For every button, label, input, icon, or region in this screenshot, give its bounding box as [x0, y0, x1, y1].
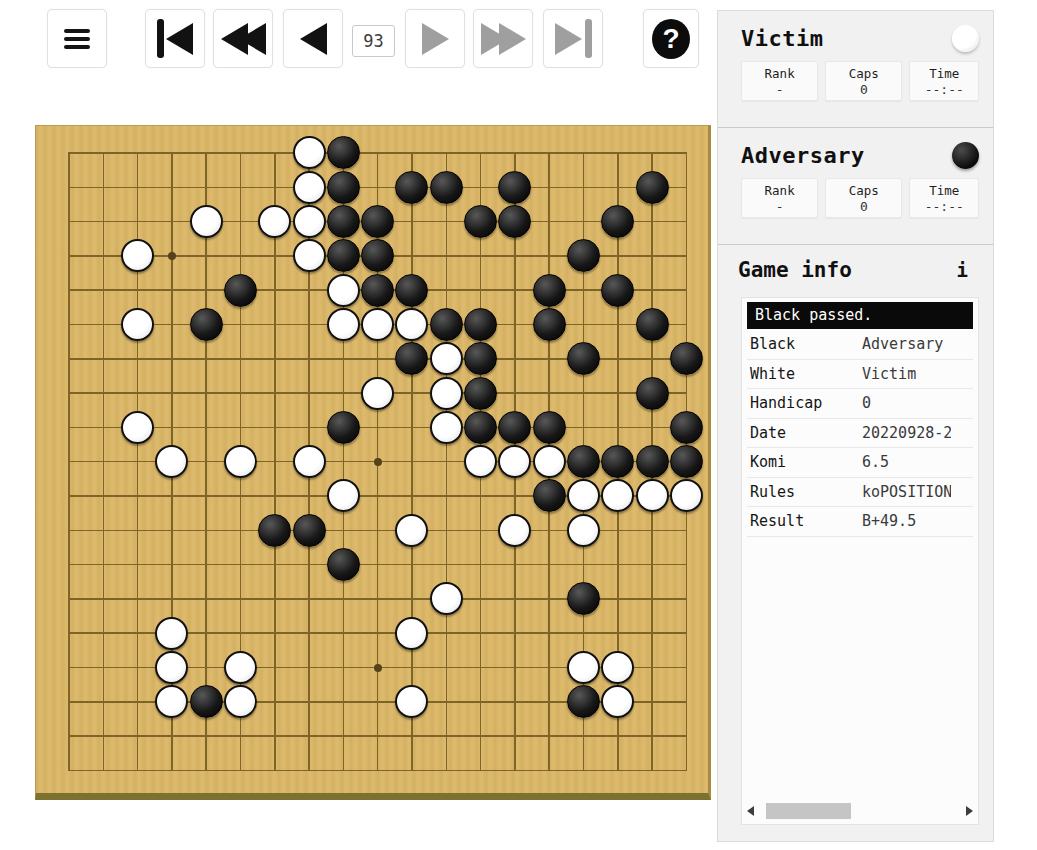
stone-white [121, 308, 154, 341]
stone-white [361, 377, 394, 410]
stone-black [327, 548, 360, 581]
stone-black [190, 308, 223, 341]
stone-black [498, 411, 531, 444]
adversary-time-stat: Time --:-- [909, 178, 979, 218]
stone-black [533, 479, 566, 512]
nav-first-move-button[interactable] [145, 9, 205, 68]
move-number-input[interactable] [352, 25, 395, 57]
info-icon[interactable]: i [957, 259, 968, 281]
stone-white [395, 514, 428, 547]
stone-black [601, 205, 634, 238]
stone-black [567, 342, 600, 375]
stone-black [670, 445, 703, 478]
stone-white [361, 308, 394, 341]
nav-forward-button[interactable] [405, 9, 465, 68]
stone-black [498, 171, 531, 204]
stone-white [224, 651, 257, 684]
stone-white [601, 479, 634, 512]
info-row-komi: Komi 6.5 [747, 448, 973, 478]
stone-black [327, 136, 360, 169]
status-message: Black passed. [747, 302, 973, 329]
black-stone-icon [952, 142, 979, 169]
info-row-result: Result B+49.5 [747, 507, 973, 537]
stone-black [533, 308, 566, 341]
stone-black [327, 411, 360, 444]
game-info-section: Game info i Black passed. Black Adversar… [718, 245, 993, 825]
stone-black [430, 308, 463, 341]
skip-to-start-icon [157, 19, 193, 58]
stone-white [224, 685, 257, 718]
stone-black [327, 239, 360, 272]
stone-white [567, 514, 600, 547]
hamburger-icon [64, 25, 90, 53]
fast-forward-icon [481, 23, 526, 55]
stone-white [155, 685, 188, 718]
stone-black [567, 445, 600, 478]
stone-white [293, 205, 326, 238]
stone-black [361, 274, 394, 307]
skip-to-end-icon [555, 19, 592, 58]
stone-white [601, 685, 634, 718]
right-panel: Victim Rank - Caps 0 Time --:-- Adversar… [717, 10, 994, 842]
player-card-adversary: Adversary Rank - Caps 0 Time --:-- [718, 128, 993, 245]
stone-black [395, 274, 428, 307]
stone-black [395, 342, 428, 375]
game-info-card: Black passed. Black Adversary White Vict… [741, 297, 979, 825]
stone-black [327, 171, 360, 204]
stone-white [464, 445, 497, 478]
stone-white [498, 514, 531, 547]
stone-white [567, 479, 600, 512]
stone-white [293, 136, 326, 169]
stone-black [430, 171, 463, 204]
stone-black [361, 205, 394, 238]
stone-white [190, 205, 223, 238]
hoshi-point [374, 664, 382, 672]
stone-white [155, 617, 188, 650]
stone-white [430, 411, 463, 444]
stone-white [155, 651, 188, 684]
stone-white [498, 445, 531, 478]
stone-black [601, 274, 634, 307]
stone-white [224, 445, 257, 478]
stone-black [293, 514, 326, 547]
stone-black [190, 685, 223, 718]
white-stone-icon [952, 25, 979, 52]
stone-black [670, 342, 703, 375]
info-row-black: Black Adversary [747, 330, 973, 360]
stone-white [533, 445, 566, 478]
nav-back-button[interactable] [283, 9, 343, 68]
stone-black [224, 274, 257, 307]
stone-white [395, 685, 428, 718]
stone-black [464, 377, 497, 410]
stone-black [636, 308, 669, 341]
stone-white [121, 411, 154, 444]
adversary-caps-stat: Caps 0 [825, 178, 902, 218]
grid-line-h [68, 770, 687, 772]
stone-white [327, 479, 360, 512]
stone-black [464, 342, 497, 375]
help-button[interactable]: ? [643, 9, 699, 68]
go-board[interactable] [35, 125, 711, 800]
stone-white [567, 651, 600, 684]
stone-black [498, 205, 531, 238]
grid-line-h [68, 735, 687, 737]
nav-fast-backward-button[interactable] [213, 9, 273, 68]
stone-white [601, 651, 634, 684]
stone-white [430, 342, 463, 375]
adversary-rank-stat: Rank - [741, 178, 818, 218]
info-row-handicap: Handicap 0 [747, 389, 973, 419]
stone-black [533, 274, 566, 307]
player-card-victim: Victim Rank - Caps 0 Time --:-- [718, 11, 993, 128]
victim-rank-stat: Rank - [741, 61, 818, 101]
player-name-adversary: Adversary [741, 143, 865, 168]
question-mark-icon: ? [652, 19, 690, 59]
stone-black [258, 514, 291, 547]
stone-white [293, 171, 326, 204]
step-forward-icon [422, 23, 449, 55]
nav-fast-forward-button[interactable] [473, 9, 533, 68]
stone-black [327, 205, 360, 238]
stone-white [430, 377, 463, 410]
stone-white [395, 617, 428, 650]
stone-white [293, 445, 326, 478]
stone-white [327, 308, 360, 341]
step-backward-icon [300, 23, 327, 55]
victim-time-stat: Time --:-- [909, 61, 979, 101]
victim-caps-stat: Caps 0 [825, 61, 902, 101]
stone-black [567, 239, 600, 272]
stone-black [464, 205, 497, 238]
player-name-victim: Victim [741, 26, 823, 51]
info-row-rules: Rules koPOSITION [747, 478, 973, 508]
stone-black [533, 411, 566, 444]
stone-white [293, 239, 326, 272]
fast-backward-icon [221, 23, 266, 55]
scroll-right-arrow-icon[interactable] [966, 806, 973, 816]
grid-line-v [411, 152, 413, 771]
menu-button[interactable] [47, 9, 107, 68]
stone-white [155, 445, 188, 478]
stone-black [361, 239, 394, 272]
grid-line-h [68, 564, 687, 566]
stone-black [636, 445, 669, 478]
stone-black [464, 411, 497, 444]
stone-white [121, 239, 154, 272]
stone-black [567, 685, 600, 718]
stone-black [395, 171, 428, 204]
stone-black [601, 445, 634, 478]
hoshi-point [374, 458, 382, 466]
hoshi-point [168, 252, 176, 260]
grid-line-v [446, 152, 448, 771]
stone-white [636, 479, 669, 512]
scrollbar-track[interactable] [758, 803, 962, 819]
stone-black [670, 411, 703, 444]
info-row-white: White Victim [747, 360, 973, 390]
info-row-date: Date 20220928-2 [747, 419, 973, 449]
stone-white [430, 582, 463, 615]
stone-white [327, 274, 360, 307]
nav-last-move-button[interactable] [543, 9, 603, 68]
horizontal-scrollbar[interactable] [747, 802, 973, 819]
stone-black [636, 171, 669, 204]
stone-black [636, 377, 669, 410]
game-info-title: Game info [738, 258, 852, 282]
stone-black [464, 308, 497, 341]
stone-black [567, 582, 600, 615]
stone-white [258, 205, 291, 238]
stone-white [395, 308, 428, 341]
stone-white [670, 479, 703, 512]
scroll-left-arrow-icon[interactable] [747, 806, 754, 816]
scrollbar-thumb[interactable] [766, 803, 851, 819]
